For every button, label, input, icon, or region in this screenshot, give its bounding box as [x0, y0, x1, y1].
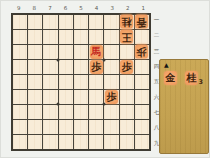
- board-square[interactable]: [74, 90, 88, 104]
- board-square[interactable]: [120, 75, 134, 89]
- board-square[interactable]: [59, 120, 73, 134]
- board-square[interactable]: [43, 105, 57, 119]
- board-square[interactable]: [43, 90, 57, 104]
- board-square[interactable]: [43, 120, 57, 134]
- board-square[interactable]: [74, 105, 88, 119]
- shogi-diagram: 987654321 桂香王馬歩歩歩歩 一二三四五六七八九 ▲ 金桂3: [0, 0, 210, 158]
- board-square[interactable]: [59, 30, 73, 44]
- file-label: 2: [120, 4, 136, 12]
- rank-label: 一: [152, 13, 161, 28]
- board-square[interactable]: 歩: [120, 60, 134, 74]
- board-square[interactable]: [135, 90, 149, 104]
- board-square[interactable]: [13, 75, 27, 89]
- shogi-piece-sente[interactable]: 歩: [120, 60, 133, 74]
- board-square[interactable]: [89, 75, 103, 89]
- board-square[interactable]: [135, 105, 149, 119]
- board-square[interactable]: [104, 135, 118, 149]
- board-square[interactable]: 桂: [120, 15, 134, 29]
- board-square[interactable]: 香: [135, 15, 149, 29]
- board-square[interactable]: [59, 90, 73, 104]
- rank-label: 三: [152, 44, 161, 59]
- file-label: 7: [42, 4, 58, 12]
- board-square[interactable]: [104, 30, 118, 44]
- board-square[interactable]: [89, 105, 103, 119]
- board-square[interactable]: [89, 30, 103, 44]
- shogi-piece-sente[interactable]: 歩: [105, 90, 118, 104]
- board-square[interactable]: [43, 15, 57, 29]
- board-square[interactable]: [59, 15, 73, 29]
- board-square[interactable]: 歩: [135, 45, 149, 59]
- shogi-piece-sente[interactable]: 馬: [90, 45, 103, 59]
- board-square[interactable]: [13, 15, 27, 29]
- board-square[interactable]: [43, 75, 57, 89]
- board-square[interactable]: [135, 60, 149, 74]
- hand-piece[interactable]: 桂3: [185, 71, 198, 85]
- board-square[interactable]: [28, 75, 42, 89]
- hand-pieces: 金桂3: [164, 71, 198, 85]
- board-square[interactable]: [28, 135, 42, 149]
- board-square[interactable]: [43, 45, 57, 59]
- shogi-piece-gote[interactable]: 歩: [135, 45, 148, 59]
- board-square[interactable]: [104, 45, 118, 59]
- sente-mark-icon: ▲: [164, 62, 169, 68]
- board-square[interactable]: [120, 120, 134, 134]
- file-label: 3: [104, 4, 120, 12]
- board-square[interactable]: [59, 135, 73, 149]
- board-square[interactable]: [74, 45, 88, 59]
- board-square[interactable]: [89, 15, 103, 29]
- board-square[interactable]: [89, 135, 103, 149]
- board-square[interactable]: [28, 120, 42, 134]
- board-square[interactable]: [13, 135, 27, 149]
- board-wrap: 桂香王馬歩歩歩歩: [11, 13, 151, 151]
- board-square[interactable]: 歩: [89, 60, 103, 74]
- board-square[interactable]: [120, 45, 134, 59]
- board-square[interactable]: 馬: [89, 45, 103, 59]
- rank-label: 二: [152, 28, 161, 43]
- board-square[interactable]: [74, 30, 88, 44]
- board-square[interactable]: [43, 30, 57, 44]
- board-square[interactable]: [13, 105, 27, 119]
- board-square[interactable]: [59, 45, 73, 59]
- board-square[interactable]: [13, 90, 27, 104]
- board-square[interactable]: [74, 60, 88, 74]
- board-square[interactable]: [43, 60, 57, 74]
- file-label: 8: [27, 4, 43, 12]
- shogi-piece-gote[interactable]: 王: [120, 30, 133, 44]
- shogi-board: 桂香王馬歩歩歩歩: [11, 13, 151, 151]
- board-square[interactable]: [43, 135, 57, 149]
- shogi-piece-gote[interactable]: 桂: [120, 15, 133, 29]
- komadai-piece-stand: ▲ 金桂3: [159, 59, 209, 154]
- board-square[interactable]: [28, 15, 42, 29]
- board-square[interactable]: [28, 60, 42, 74]
- board-square[interactable]: [104, 15, 118, 29]
- board-square[interactable]: [135, 135, 149, 149]
- board-square[interactable]: [74, 120, 88, 134]
- board-square[interactable]: [59, 105, 73, 119]
- board-square[interactable]: [89, 90, 103, 104]
- board-square[interactable]: [104, 60, 118, 74]
- board-square[interactable]: [135, 75, 149, 89]
- file-label: 6: [58, 4, 74, 12]
- board-square[interactable]: [28, 90, 42, 104]
- shogi-piece-gote[interactable]: 香: [135, 15, 148, 29]
- board-square[interactable]: [59, 60, 73, 74]
- board-square[interactable]: [104, 105, 118, 119]
- board-square[interactable]: [59, 75, 73, 89]
- board-square[interactable]: [120, 135, 134, 149]
- board-square[interactable]: [13, 120, 27, 134]
- board-square[interactable]: [74, 75, 88, 89]
- hand-piece[interactable]: 金: [164, 71, 177, 85]
- board-square[interactable]: [104, 120, 118, 134]
- hand-piece-count: 3: [198, 78, 203, 86]
- shogi-piece-sente[interactable]: 歩: [90, 60, 103, 74]
- board-square[interactable]: [120, 90, 134, 104]
- board-square[interactable]: [89, 120, 103, 134]
- board-square[interactable]: [13, 45, 27, 59]
- file-labels: 987654321: [11, 4, 151, 12]
- board-square[interactable]: [135, 30, 149, 44]
- board-square[interactable]: [135, 120, 149, 134]
- board-square[interactable]: 王: [120, 30, 134, 44]
- shogi-piece-in-hand[interactable]: 桂: [185, 71, 198, 85]
- board-square[interactable]: [28, 30, 42, 44]
- board-square[interactable]: [13, 30, 27, 44]
- file-label: 5: [73, 4, 89, 12]
- file-label: 9: [11, 4, 27, 12]
- file-label: 4: [89, 4, 105, 12]
- board-square[interactable]: [28, 45, 42, 59]
- board-square[interactable]: [120, 105, 134, 119]
- board-square[interactable]: [13, 60, 27, 74]
- file-label: 1: [136, 4, 152, 12]
- shogi-piece-in-hand[interactable]: 金: [164, 71, 177, 85]
- board-square[interactable]: [104, 75, 118, 89]
- board-square[interactable]: [28, 105, 42, 119]
- board-square[interactable]: [74, 15, 88, 29]
- board-square[interactable]: 歩: [104, 90, 118, 104]
- board-square[interactable]: [74, 135, 88, 149]
